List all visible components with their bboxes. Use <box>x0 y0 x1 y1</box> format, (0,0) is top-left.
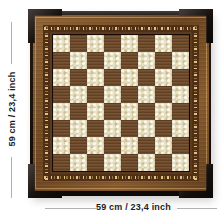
square-c6 <box>87 69 104 86</box>
square-d2 <box>104 137 121 154</box>
dimension-line-left-bottom <box>11 157 12 198</box>
inlay-band <box>43 25 199 181</box>
square-d3 <box>104 120 121 137</box>
square-a8 <box>53 35 70 52</box>
square-g7 <box>155 52 172 69</box>
square-h4 <box>172 103 189 120</box>
square-c4 <box>87 103 104 120</box>
square-c2 <box>87 137 104 154</box>
square-f4 <box>138 103 155 120</box>
square-h2 <box>172 137 189 154</box>
square-d1 <box>104 154 121 171</box>
square-e5 <box>121 86 138 103</box>
square-c1 <box>87 154 104 171</box>
dimension-line-bottom-right <box>177 208 217 209</box>
square-d5 <box>104 86 121 103</box>
board-frame <box>33 15 209 191</box>
square-f5 <box>138 86 155 103</box>
square-b1 <box>70 154 87 171</box>
inlay-band-left <box>43 25 50 181</box>
square-g3 <box>155 120 172 137</box>
square-g2 <box>155 137 172 154</box>
inlay-band-top <box>43 25 199 32</box>
square-e3 <box>121 120 138 137</box>
square-f7 <box>138 52 155 69</box>
product-photo: 59 cm / 23,4 inch 59 cm / 23,4 inch <box>0 0 222 222</box>
square-c5 <box>87 86 104 103</box>
square-d7 <box>104 52 121 69</box>
square-b3 <box>70 120 87 137</box>
square-h1 <box>172 154 189 171</box>
square-b4 <box>70 103 87 120</box>
square-f1 <box>138 154 155 171</box>
square-f2 <box>138 137 155 154</box>
inlay-band-bottom <box>43 174 199 181</box>
board-grid <box>53 35 189 171</box>
square-d8 <box>104 35 121 52</box>
square-g6 <box>155 69 172 86</box>
square-g1 <box>155 154 172 171</box>
square-e7 <box>121 52 138 69</box>
square-d4 <box>104 103 121 120</box>
square-d6 <box>104 69 121 86</box>
square-a3 <box>53 120 70 137</box>
square-a4 <box>53 103 70 120</box>
dimension-line-bottom-left <box>45 208 96 209</box>
square-e1 <box>121 154 138 171</box>
square-g8 <box>155 35 172 52</box>
dimension-line-left-top <box>11 22 12 64</box>
square-g4 <box>155 103 172 120</box>
square-c8 <box>87 35 104 52</box>
square-h5 <box>172 86 189 103</box>
square-e8 <box>121 35 138 52</box>
square-b7 <box>70 52 87 69</box>
square-a1 <box>53 154 70 171</box>
square-h8 <box>172 35 189 52</box>
square-a2 <box>53 137 70 154</box>
square-b6 <box>70 69 87 86</box>
square-a7 <box>53 52 70 69</box>
square-h7 <box>172 52 189 69</box>
square-b2 <box>70 137 87 154</box>
inner-trim <box>50 32 192 174</box>
width-dimension-label: 59 cm / 23,4 inch <box>96 202 171 213</box>
square-c7 <box>87 52 104 69</box>
square-b8 <box>70 35 87 52</box>
square-e4 <box>121 103 138 120</box>
square-h6 <box>172 69 189 86</box>
chess-board <box>30 11 211 196</box>
square-a6 <box>53 69 70 86</box>
square-g5 <box>155 86 172 103</box>
square-f8 <box>138 35 155 52</box>
inlay-band-right <box>192 25 199 181</box>
square-f3 <box>138 120 155 137</box>
square-c3 <box>87 120 104 137</box>
square-a5 <box>53 86 70 103</box>
square-e6 <box>121 69 138 86</box>
square-e2 <box>121 137 138 154</box>
square-f6 <box>138 69 155 86</box>
height-dimension-label: 59 cm / 23,4 inch <box>7 73 18 147</box>
square-b5 <box>70 86 87 103</box>
square-h3 <box>172 120 189 137</box>
